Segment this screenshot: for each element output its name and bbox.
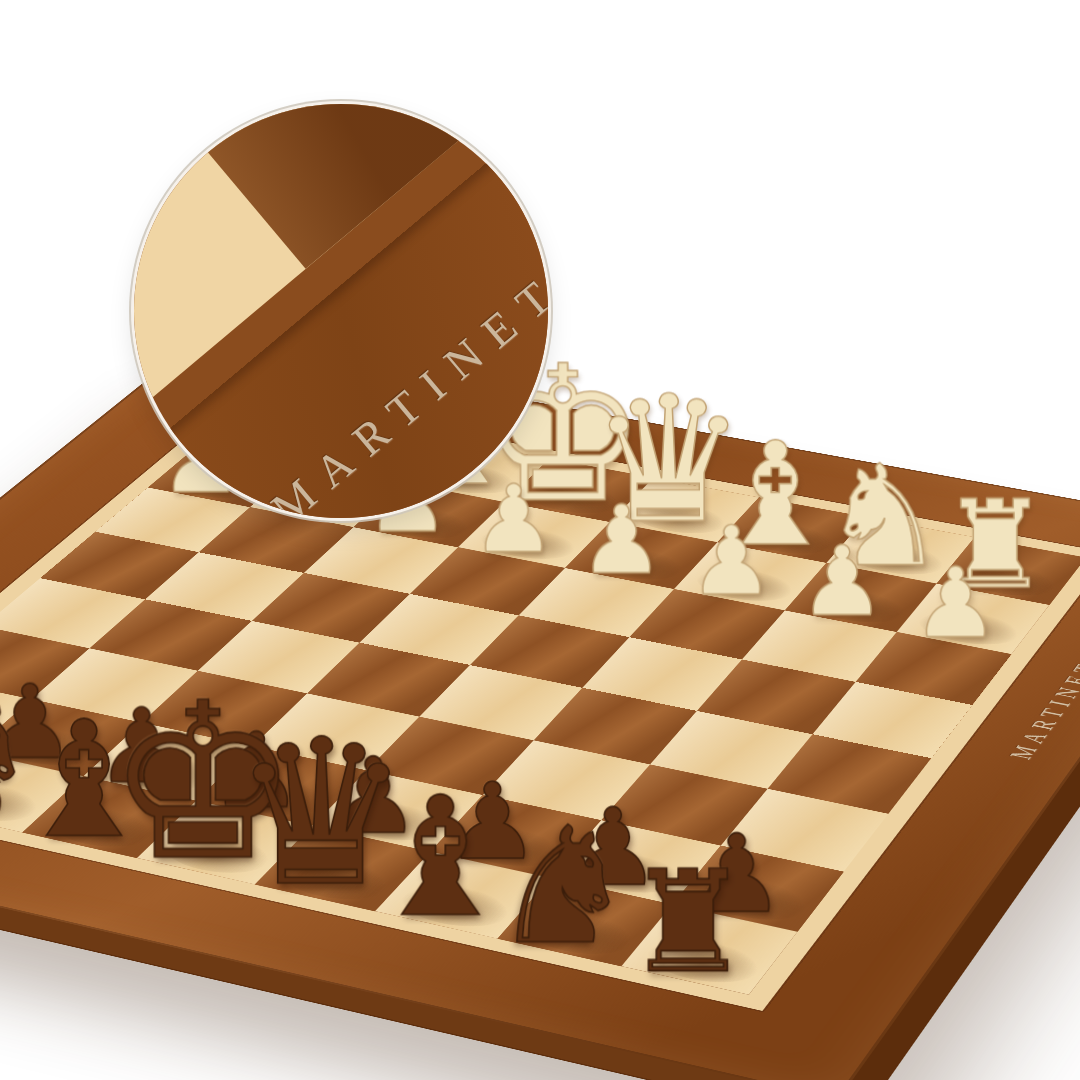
white-pawn: ♟	[688, 516, 774, 607]
white-pawn: ♟	[912, 558, 999, 650]
chess-board: MARTINETTI ♜♞♝♚♛♝♞♜♟♟♟♟♟♟♟♟♟♟♟♟♟♟♟♟♜♞♝♚♛…	[0, 341, 1080, 1080]
white-pawn: ♟	[579, 495, 664, 585]
board-scene: MARTINETTI ♜♞♝♚♛♝♞♜♟♟♟♟♟♟♟♟♟♟♟♟♟♟♟♟♜♞♝♚♛…	[0, 0, 1080, 1080]
white-pawn: ♟	[472, 475, 556, 564]
black-knight: ♞	[491, 810, 635, 963]
black-rook: ♜	[625, 856, 751, 989]
zoom-inset-graphic: MARTINETTI	[134, 104, 548, 518]
white-pawn: ♟	[799, 537, 885, 628]
board-frame: MARTINETTI ♜♞♝♚♛♝♞♜♟♟♟♟♟♟♟♟♟♟♟♟♟♟♟♟♜♞♝♚♛…	[0, 341, 1080, 1080]
product-photo: MARTINETTI ♜♞♝♚♛♝♞♜♟♟♟♟♟♟♟♟♟♟♟♟♟♟♟♟♜♞♝♚♛…	[0, 0, 1080, 1080]
zoom-inset-circle: MARTINETTI	[134, 104, 548, 518]
